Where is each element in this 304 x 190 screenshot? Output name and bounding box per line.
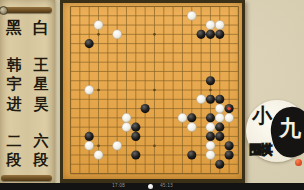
last-move-marker <box>227 107 230 110</box>
star-point <box>97 89 100 92</box>
white-stone <box>85 85 94 94</box>
white-stone <box>206 141 215 150</box>
black-stone <box>206 113 215 122</box>
star-point <box>97 33 100 36</box>
white-player-name: 王星昊 <box>33 56 50 114</box>
white-stone <box>94 21 103 30</box>
video-progress-bar[interactable]: 17:08 45:13 <box>0 183 304 190</box>
scroll-bottom-rod <box>1 175 52 181</box>
white-stone <box>187 11 196 20</box>
white-stone <box>187 123 196 132</box>
logo-char-small: 小 <box>252 102 272 129</box>
black-stone <box>141 104 150 113</box>
logo-chars-weiqi: 围棋 <box>249 141 271 159</box>
black-stone <box>131 123 140 132</box>
go-board <box>60 0 245 183</box>
scroll-top-rod <box>1 7 52 13</box>
white-stone <box>85 141 94 150</box>
black-stone <box>131 132 140 141</box>
black-stone <box>85 39 94 48</box>
black-stone <box>206 30 215 39</box>
black-stone <box>225 141 234 150</box>
black-stone <box>206 76 215 85</box>
time-total-label: 45:13 <box>160 184 173 188</box>
black-stone <box>206 132 215 141</box>
black-stone <box>187 150 196 159</box>
white-stone <box>206 21 215 30</box>
black-stone <box>85 132 94 141</box>
white-color-label: 白 <box>33 18 50 38</box>
star-point <box>153 144 156 147</box>
white-stone <box>122 113 131 122</box>
player-scroll-panel: 黑 韩宇进 二段 白 王星昊 六段 <box>0 0 55 183</box>
star-point <box>97 144 100 147</box>
black-stone <box>215 30 224 39</box>
white-stone <box>215 113 224 122</box>
white-stone <box>122 123 131 132</box>
white-stone <box>178 113 187 122</box>
black-stone <box>187 113 196 122</box>
black-stone <box>215 160 224 169</box>
white-player-rank: 六段 <box>33 132 50 170</box>
white-stone <box>113 141 122 150</box>
scroll-finial-knob <box>0 6 8 15</box>
black-player-name: 韩宇进 <box>6 56 23 114</box>
time-current-label: 17:08 <box>112 184 125 188</box>
black-player-rank: 二段 <box>6 132 23 170</box>
go-board-grid[interactable] <box>60 0 245 183</box>
black-color-label: 黑 <box>6 18 23 38</box>
white-player-column: 白 王星昊 六段 <box>30 18 52 170</box>
black-stone <box>225 150 234 159</box>
white-stone <box>215 104 224 113</box>
black-stone <box>131 150 140 159</box>
star-point <box>153 33 156 36</box>
white-stone <box>206 123 215 132</box>
channel-logo: 小 九 围棋 <box>246 100 304 162</box>
black-stone <box>215 95 224 104</box>
progress-knob[interactable] <box>148 184 153 189</box>
star-point <box>209 89 212 92</box>
logo-seal-dot <box>295 159 302 166</box>
white-stone <box>113 30 122 39</box>
white-stone <box>215 21 224 30</box>
logo-char-nine: 九 <box>279 114 301 144</box>
broadcast-frame: 黑 韩宇进 二段 白 王星昊 六段 <box>0 0 304 190</box>
black-stone <box>215 123 224 132</box>
white-stone <box>225 113 234 122</box>
white-stone <box>197 95 206 104</box>
black-stone <box>206 95 215 104</box>
black-player-column: 黑 韩宇进 二段 <box>3 18 25 170</box>
black-stone <box>197 30 206 39</box>
white-stone <box>94 150 103 159</box>
white-stone <box>206 150 215 159</box>
black-stone <box>215 132 224 141</box>
star-point <box>153 89 156 92</box>
